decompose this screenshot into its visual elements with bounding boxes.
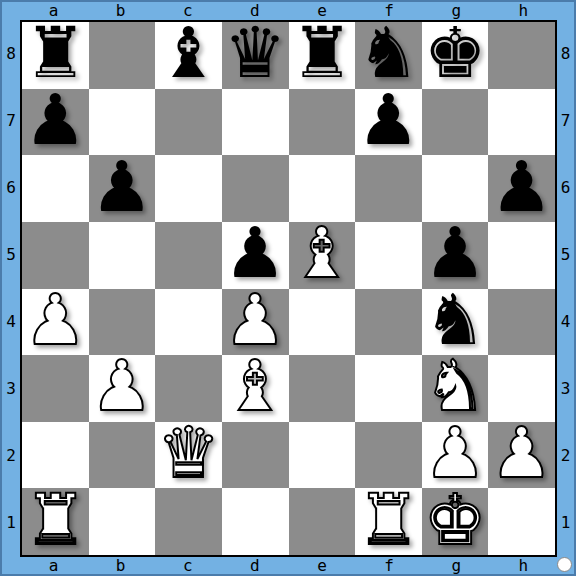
white-rook: ♜ bbox=[357, 488, 420, 554]
black-queen: ♛ bbox=[224, 22, 287, 88]
square-f4[interactable] bbox=[355, 289, 422, 356]
square-b8[interactable] bbox=[89, 22, 156, 89]
square-h4[interactable] bbox=[488, 289, 555, 356]
rank-label-2: 2 bbox=[6, 423, 16, 490]
white-knight: ♞ bbox=[424, 355, 487, 421]
square-c5[interactable] bbox=[155, 222, 222, 289]
black-pawn: ♟ bbox=[24, 89, 87, 155]
square-a6[interactable] bbox=[22, 155, 89, 222]
square-a3[interactable] bbox=[22, 355, 89, 422]
file-label-g: g bbox=[423, 3, 490, 19]
square-a1[interactable]: ♜ bbox=[22, 488, 89, 555]
square-g2[interactable]: ♟ bbox=[422, 422, 489, 489]
rank-label-6: 6 bbox=[561, 154, 571, 221]
square-e3[interactable] bbox=[289, 355, 356, 422]
rank-label-3: 3 bbox=[561, 356, 571, 423]
file-label-f: f bbox=[356, 3, 423, 19]
square-f2[interactable] bbox=[355, 422, 422, 489]
black-pawn: ♟ bbox=[91, 155, 154, 221]
square-e1[interactable] bbox=[289, 488, 356, 555]
file-label-d: d bbox=[221, 3, 288, 19]
square-g1[interactable]: ♚ bbox=[422, 488, 489, 555]
black-bishop: ♝ bbox=[157, 22, 220, 88]
square-f6[interactable] bbox=[355, 155, 422, 222]
rank-label-8: 8 bbox=[6, 20, 16, 87]
white-rook: ♜ bbox=[24, 488, 87, 554]
white-queen: ♛ bbox=[157, 422, 220, 488]
white-pawn: ♟ bbox=[24, 289, 87, 355]
square-b5[interactable] bbox=[89, 222, 156, 289]
black-rook: ♜ bbox=[24, 22, 87, 88]
square-f1[interactable]: ♜ bbox=[355, 488, 422, 555]
square-g7[interactable] bbox=[422, 89, 489, 156]
file-label-c: c bbox=[154, 558, 221, 574]
square-e2[interactable] bbox=[289, 422, 356, 489]
square-e8[interactable]: ♜ bbox=[289, 22, 356, 89]
square-e6[interactable] bbox=[289, 155, 356, 222]
square-h5[interactable] bbox=[488, 222, 555, 289]
square-h8[interactable] bbox=[488, 22, 555, 89]
square-g6[interactable] bbox=[422, 155, 489, 222]
square-h3[interactable] bbox=[488, 355, 555, 422]
file-label-e: e bbox=[289, 3, 356, 19]
square-b4[interactable] bbox=[89, 289, 156, 356]
file-labels-bottom: abcdefgh bbox=[20, 557, 557, 574]
square-e7[interactable] bbox=[289, 89, 356, 156]
square-b1[interactable] bbox=[89, 488, 156, 555]
square-c3[interactable] bbox=[155, 355, 222, 422]
rank-label-4: 4 bbox=[6, 289, 16, 356]
square-h1[interactable] bbox=[488, 488, 555, 555]
square-d7[interactable] bbox=[222, 89, 289, 156]
rank-label-5: 5 bbox=[561, 221, 571, 288]
rank-labels-right: 87654321 bbox=[557, 20, 574, 557]
file-label-a: a bbox=[20, 558, 87, 574]
square-c4[interactable] bbox=[155, 289, 222, 356]
chess-board: ♜♝♛♜♞♚♟♟♟♟♟♝♟♟♟♞♟♝♞♛♟♟♜♜♚ bbox=[20, 20, 557, 557]
square-g3[interactable]: ♞ bbox=[422, 355, 489, 422]
square-c2[interactable]: ♛ bbox=[155, 422, 222, 489]
square-b3[interactable]: ♟ bbox=[89, 355, 156, 422]
rank-label-8: 8 bbox=[561, 20, 571, 87]
square-e5[interactable]: ♝ bbox=[289, 222, 356, 289]
white-to-move-indicator bbox=[557, 557, 572, 572]
rank-label-6: 6 bbox=[6, 154, 16, 221]
file-label-e: e bbox=[289, 558, 356, 574]
square-f8[interactable]: ♞ bbox=[355, 22, 422, 89]
file-label-g: g bbox=[423, 558, 490, 574]
square-c7[interactable] bbox=[155, 89, 222, 156]
rank-label-4: 4 bbox=[561, 289, 571, 356]
square-a5[interactable] bbox=[22, 222, 89, 289]
frame-corner-top-right bbox=[557, 2, 574, 20]
square-d2[interactable] bbox=[222, 422, 289, 489]
black-pawn: ♟ bbox=[424, 222, 487, 288]
square-b7[interactable] bbox=[89, 89, 156, 156]
square-a8[interactable]: ♜ bbox=[22, 22, 89, 89]
square-h7[interactable] bbox=[488, 89, 555, 156]
square-b6[interactable]: ♟ bbox=[89, 155, 156, 222]
white-bishop: ♝ bbox=[224, 355, 287, 421]
white-pawn: ♟ bbox=[424, 422, 487, 488]
black-rook: ♜ bbox=[290, 22, 353, 88]
file-label-f: f bbox=[356, 558, 423, 574]
square-c6[interactable] bbox=[155, 155, 222, 222]
square-e4[interactable] bbox=[289, 289, 356, 356]
rank-label-1: 1 bbox=[6, 490, 16, 557]
square-g4[interactable]: ♞ bbox=[422, 289, 489, 356]
rank-labels-left: 87654321 bbox=[2, 20, 20, 557]
square-d6[interactable] bbox=[222, 155, 289, 222]
frame-corner-bottom-left bbox=[2, 557, 20, 574]
square-d3[interactable]: ♝ bbox=[222, 355, 289, 422]
black-pawn: ♟ bbox=[224, 222, 287, 288]
square-c8[interactable]: ♝ bbox=[155, 22, 222, 89]
square-a2[interactable] bbox=[22, 422, 89, 489]
square-d4[interactable]: ♟ bbox=[222, 289, 289, 356]
square-f7[interactable]: ♟ bbox=[355, 89, 422, 156]
square-f3[interactable] bbox=[355, 355, 422, 422]
file-labels-top: abcdefgh bbox=[20, 2, 557, 20]
square-d8[interactable]: ♛ bbox=[222, 22, 289, 89]
square-a7[interactable]: ♟ bbox=[22, 89, 89, 156]
black-pawn: ♟ bbox=[357, 89, 420, 155]
square-d5[interactable]: ♟ bbox=[222, 222, 289, 289]
rank-label-7: 7 bbox=[561, 87, 571, 154]
square-b2[interactable] bbox=[89, 422, 156, 489]
square-f5[interactable] bbox=[355, 222, 422, 289]
file-label-a: a bbox=[20, 3, 87, 19]
white-pawn: ♟ bbox=[91, 355, 154, 421]
white-king: ♚ bbox=[424, 488, 487, 554]
file-label-h: h bbox=[490, 558, 557, 574]
chess-board-frame: abcdefgh 87654321 ♜♝♛♜♞♚♟♟♟♟♟♝♟♟♟♞♟♝♞♛♟♟… bbox=[0, 0, 576, 576]
file-label-h: h bbox=[490, 3, 557, 19]
black-pawn: ♟ bbox=[490, 155, 553, 221]
square-g8[interactable]: ♚ bbox=[422, 22, 489, 89]
rank-label-5: 5 bbox=[6, 221, 16, 288]
white-pawn: ♟ bbox=[224, 289, 287, 355]
square-h6[interactable]: ♟ bbox=[488, 155, 555, 222]
rank-label-1: 1 bbox=[561, 490, 571, 557]
black-king: ♚ bbox=[424, 22, 487, 88]
rank-label-2: 2 bbox=[561, 423, 571, 490]
square-d1[interactable] bbox=[222, 488, 289, 555]
square-c1[interactable] bbox=[155, 488, 222, 555]
black-knight: ♞ bbox=[424, 289, 487, 355]
square-a4[interactable]: ♟ bbox=[22, 289, 89, 356]
file-label-b: b bbox=[87, 558, 154, 574]
frame-corner-top-left bbox=[2, 2, 20, 20]
square-g5[interactable]: ♟ bbox=[422, 222, 489, 289]
white-bishop: ♝ bbox=[290, 222, 353, 288]
square-h2[interactable]: ♟ bbox=[488, 422, 555, 489]
file-label-c: c bbox=[154, 3, 221, 19]
rank-label-3: 3 bbox=[6, 356, 16, 423]
file-label-b: b bbox=[87, 3, 154, 19]
white-pawn: ♟ bbox=[490, 422, 553, 488]
rank-label-7: 7 bbox=[6, 87, 16, 154]
black-knight: ♞ bbox=[357, 22, 420, 88]
file-label-d: d bbox=[221, 558, 288, 574]
